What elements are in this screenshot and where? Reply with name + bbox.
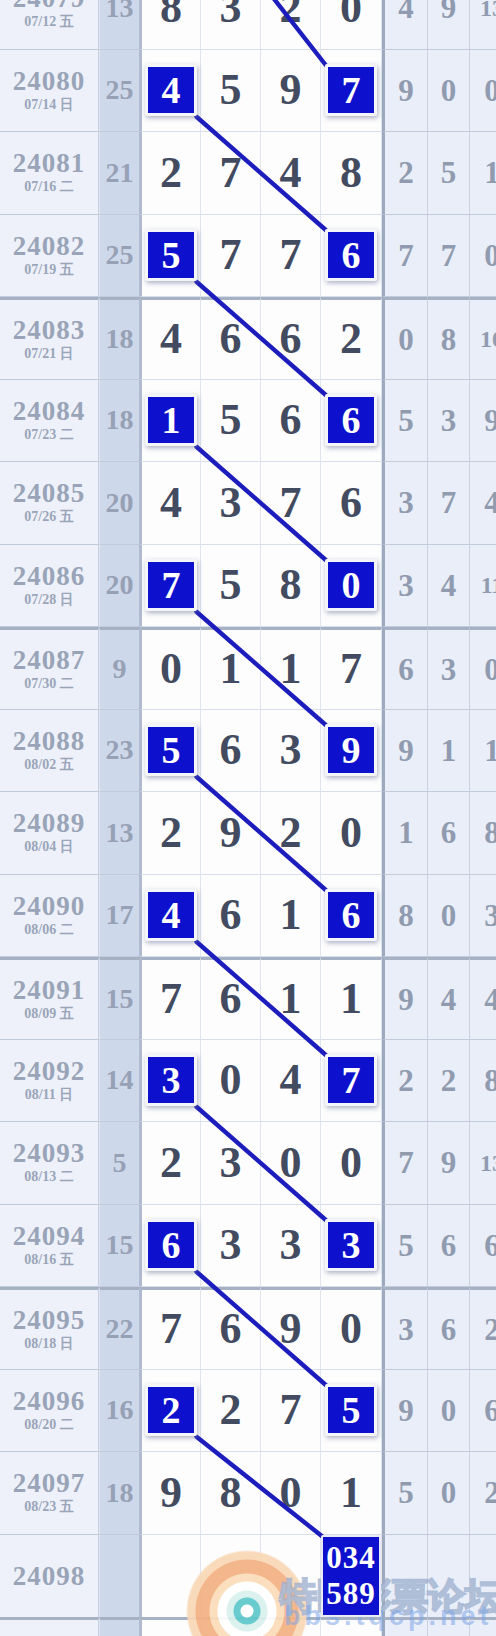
digit-cell-pos3: 1 [261,957,321,1040]
digit-cell-pos1: 4 [140,297,201,380]
digit: 0 [441,1395,457,1426]
digit: 0 [484,75,496,106]
digit-cell-pos1: 1 [140,380,201,463]
digit-cell-pos5 [382,1535,428,1618]
digit: 6 [220,1307,242,1351]
digit: 6 [220,977,242,1021]
period-number: 24084 [13,397,86,425]
digit: 7 [280,233,302,277]
digit-sum-value: 20 [106,569,134,601]
digit-cell-pos3: 7 [261,462,321,545]
digit: 8 [441,324,457,355]
trend-chart-stage: 2407907/12 五13832049132408007/14 日254597… [0,0,496,1636]
digit: 6 [441,1314,457,1345]
digit-sum-value: 16 [106,1394,134,1426]
digit: 10 [480,327,496,351]
digit-cell-pos6: 7 [428,215,470,298]
digit-cell-pos6: 9 [428,0,470,50]
digit-cell-pos1: 2 [140,1370,201,1453]
digit-cell-pos6: 9 [428,1122,470,1205]
digit-cell-pos3: 9 [261,50,321,133]
sum-cell: 13 [99,0,140,50]
digit: 7 [220,151,242,195]
digit: 3 [220,0,242,30]
digit: 2 [484,1477,496,1508]
period-number: 24080 [13,67,86,95]
digit-cell-pos7: 13 [470,1122,496,1205]
period-cell: 2407907/12 五 [0,0,99,50]
highlighted-digit: 5 [325,1384,377,1436]
digit: 1 [484,735,496,766]
sum-cell: 14 [99,1040,140,1123]
digit-sum-value: 13 [106,0,134,24]
sum-cell: 18 [99,380,140,463]
digit-cell-pos2: 3 [201,0,261,50]
digit-sum-value: 25 [106,74,134,106]
digit-cell-pos2: 6 [201,297,261,380]
digit-cell-pos1: 2 [140,792,201,875]
digit: 9 [398,75,414,106]
empty-cell [321,1617,382,1636]
digit-cell-pos4: 034589 [321,1535,382,1618]
digit: 6 [220,728,242,772]
digit: 2 [398,1065,414,1096]
digit-cell-pos5: 1 [382,792,428,875]
digit-cell-pos3: 0 [261,1122,321,1205]
empty-cell [382,1617,428,1636]
digit-sum-value: 17 [106,899,134,931]
digit-cell-pos2: 5 [201,380,261,463]
digit: 0 [441,75,457,106]
digit-cell-pos5: 3 [382,545,428,628]
digit-cell-pos5: 9 [382,50,428,133]
empty-cell [0,1617,99,1636]
digit: 5 [441,157,457,188]
period-cell: 2408507/26 五 [0,462,99,545]
prediction-candidates-line: 034 [326,1541,376,1574]
digit-cell-pos5: 9 [382,710,428,793]
highlighted-digit: 5 [145,229,197,281]
digit: 8 [484,1065,496,1096]
digit-cell-pos6: 0 [428,1370,470,1453]
digit-cell-pos4: 5 [321,1370,382,1453]
digit: 2 [280,0,302,30]
period-number: 24092 [13,1057,86,1085]
digit: 6 [484,1395,496,1426]
digit-cell-pos5: 3 [382,462,428,545]
digit-cell-pos7: 10 [470,297,496,380]
sum-cell: 25 [99,215,140,298]
draw-row-24085: 2408507/26 五204376374 [0,462,496,545]
period-cell: 2409008/06 二 [0,875,99,958]
sum-cell: 20 [99,545,140,628]
period-cell: 2409308/13 二 [0,1122,99,1205]
digit-cell-pos7: 3 [470,875,496,958]
digit-cell-pos7: 9 [470,380,496,463]
digit: 5 [398,405,414,436]
digit-cell-pos4: 1 [321,957,382,1040]
empty-cell [428,1617,470,1636]
digit-sum-value: 14 [106,1064,134,1096]
sum-cell: 5 [99,1122,140,1205]
digit-cell-pos5: 5 [382,380,428,463]
period-number: 24088 [13,727,86,755]
draw-row-24084: 2408407/23 二181566539 [0,380,496,463]
digit-cell-pos4: 9 [321,710,382,793]
digit: 1 [220,647,242,691]
period-number: 24081 [13,149,86,177]
digit-cell-pos1: 4 [140,462,201,545]
digit-cell-pos4: 7 [321,1040,382,1123]
digit: 3 [280,1223,302,1267]
digit: 6 [340,481,362,525]
digit-sum-value: 18 [106,1477,134,1509]
draw-row-24097: 2409708/23 五189801502 [0,1452,496,1535]
digit-sum-value: 18 [106,323,134,355]
highlighted-digit: 6 [145,1219,197,1271]
digit: 3 [398,1314,414,1345]
digit-cell-pos5: 9 [382,1370,428,1453]
sum-cell: 13 [99,792,140,875]
digit-cell-pos3: 0 [261,1452,321,1535]
digit-sum-value: 22 [106,1313,134,1345]
trend-chart-board: 2407907/12 五13832049132408007/14 日254597… [0,0,496,1636]
digit-cell-pos5: 2 [382,1040,428,1123]
digit-cell-pos6: 0 [428,875,470,958]
digit: 3 [220,1223,242,1267]
draw-date: 08/23 五 [24,1498,73,1516]
digit-cell-pos6: 8 [428,297,470,380]
digit: 1 [280,893,302,937]
digit-cell-pos4: 2 [321,297,382,380]
draw-row-24090: 2409008/06 二174616803 [0,875,496,958]
digit-cell-pos5: 8 [382,875,428,958]
digit-cell-pos7: 2 [470,1287,496,1370]
digit: 4 [280,1058,302,1102]
digit-cell-pos7: 13 [470,0,496,50]
digit-cell-pos7: 6 [470,1205,496,1288]
digit: 1 [484,157,496,188]
empty-cell [201,1617,261,1636]
draw-date: 07/23 二 [24,426,73,444]
digit: 7 [160,977,182,1021]
digit: 6 [441,817,457,848]
digit: 0 [280,1471,302,1515]
draw-row-24093: 2409308/13 二523007913 [0,1122,496,1205]
digit-cell-pos7 [470,1535,496,1618]
digit-cell-pos2: 6 [201,710,261,793]
digit-cell-pos2: 3 [201,462,261,545]
period-cell: 2409208/11 日 [0,1040,99,1123]
digit-cell-pos7: 8 [470,792,496,875]
highlighted-digit: 7 [325,1054,377,1106]
period-cell: 2409508/18 日 [0,1287,99,1370]
digit-cell-pos2: 6 [201,957,261,1040]
draw-row-24082: 2408207/19 五255776770 [0,215,496,298]
digit: 7 [160,1307,182,1351]
digit: 3 [398,487,414,518]
digit-cell-pos6: 5 [428,132,470,215]
highlighted-digit: 3 [325,1219,377,1271]
draw-date: 08/20 二 [24,1416,73,1434]
prediction-box: 034589 [321,1535,381,1617]
digit-cell-pos2: 5 [201,50,261,133]
digit: 7 [220,233,242,277]
draw-row-24079: 2407907/12 五1383204913 [0,0,496,50]
digit: 9 [441,0,457,23]
digit-cell-pos4: 8 [321,132,382,215]
digit: 2 [220,1388,242,1432]
digit-cell-pos4: 0 [321,1287,382,1370]
digit: 0 [484,654,496,685]
prediction-candidates-line: 589 [326,1577,376,1610]
digit: 13 [480,1151,496,1175]
draw-date: 07/28 日 [24,591,73,609]
digit: 2 [160,151,182,195]
partial-next-row [0,1617,496,1636]
digit-cell-pos6: 0 [428,1452,470,1535]
digit: 2 [398,157,414,188]
digit-sum-value: 13 [106,817,134,849]
draw-date: 08/11 日 [25,1086,74,1104]
digit-cell-pos3: 1 [261,875,321,958]
digit: 4 [160,317,182,361]
digit: 8 [484,817,496,848]
digit-cell-pos3: 3 [261,710,321,793]
digit: 5 [220,398,242,442]
digit-cell-pos1: 8 [140,0,201,50]
highlighted-digit: 4 [145,64,197,116]
period-cell: 2408007/14 日 [0,50,99,133]
draw-date: 08/13 二 [24,1168,73,1186]
digit: 3 [220,1141,242,1185]
digit: 6 [280,317,302,361]
digit-cell-pos7: 1 [470,710,496,793]
period-number: 24086 [13,562,86,590]
digit: 0 [340,1307,362,1351]
period-cell: 2408607/28 日 [0,545,99,628]
digit-cell-pos6: 3 [428,380,470,463]
digit-cell-pos6: 6 [428,792,470,875]
period-cell: 2408407/23 二 [0,380,99,463]
digit-cell-pos1 [140,1535,201,1618]
digit-cell-pos2: 5 [201,545,261,628]
digit: 0 [441,900,457,931]
digit-cell-pos2: 2 [201,1370,261,1453]
digit: 1 [398,817,414,848]
draw-row-24081: 2408107/16 二212748251 [0,132,496,215]
draw-date: 07/21 日 [24,345,73,363]
highlighted-digit: 4 [145,889,197,941]
period-number: 24098 [13,1562,86,1590]
digit-cell-pos3: 3 [261,1205,321,1288]
period-number: 24090 [13,892,86,920]
digit: 4 [398,0,414,23]
digit-cell-pos6: 1 [428,710,470,793]
digit-cell-pos3: 6 [261,380,321,463]
lottery-trend-chart-page: { "game": "china_sports_lottery_qixingca… [0,0,496,1636]
digit: 4 [441,570,457,601]
draw-row-24092: 2409208/11 日143047228 [0,1040,496,1123]
period-cell: 2408707/30 二 [0,627,99,710]
digit: 9 [160,1471,182,1515]
draw-date: 08/18 日 [24,1335,73,1353]
period-cell: 2408808/02 五 [0,710,99,793]
digit: 8 [280,563,302,607]
digit: 7 [280,1388,302,1432]
digit-cell-pos1: 2 [140,132,201,215]
draw-date: 08/02 五 [24,756,73,774]
digit-cell-pos1: 2 [140,1122,201,1205]
empty-cell [470,1617,496,1636]
digit-sum-value: 5 [113,1147,127,1179]
period-number: 24091 [13,976,86,1004]
digit-cell-pos3: 2 [261,0,321,50]
digit: 2 [484,1314,496,1345]
digit: 4 [441,984,457,1015]
digit-cell-pos4: 0 [321,545,382,628]
digit-cell-pos2: 6 [201,875,261,958]
period-number: 24097 [13,1469,86,1497]
digit: 1 [280,647,302,691]
period-cell: 24098 [0,1535,99,1618]
draw-date: 08/06 二 [24,921,73,939]
digit-cell-pos2: 7 [201,215,261,298]
draw-date: 08/16 五 [24,1251,73,1269]
digit: 5 [220,563,242,607]
digit: 6 [398,654,414,685]
digit: 11 [481,573,496,597]
digit-cell-pos1: 0 [140,627,201,710]
digit-cell-pos6: 4 [428,545,470,628]
digit-cell-pos1: 4 [140,875,201,958]
digit-cell-pos3: 7 [261,1370,321,1453]
sum-cell: 9 [99,627,140,710]
digit: 8 [340,151,362,195]
highlighted-digit: 7 [145,559,197,611]
period-cell: 2408908/04 日 [0,792,99,875]
digit-cell-pos4: 1 [321,1452,382,1535]
digit: 2 [280,811,302,855]
digit: 4 [484,984,496,1015]
digit: 8 [398,900,414,931]
digit-cell-pos6: 3 [428,627,470,710]
draw-date: 07/30 二 [24,675,73,693]
empty-cell [261,1617,321,1636]
sum-cell: 18 [99,1452,140,1535]
period-cell: 2408107/16 二 [0,132,99,215]
digit: 1 [280,977,302,1021]
digit-cell-pos3 [261,1535,321,1618]
digit-cell-pos5: 7 [382,215,428,298]
draw-date: 07/14 日 [24,96,73,114]
digit-cell-pos2: 1 [201,627,261,710]
digit-cell-pos5: 4 [382,0,428,50]
digit: 0 [280,1141,302,1185]
digit-cell-pos2: 3 [201,1205,261,1288]
digit-sum-value: 23 [106,734,134,766]
draw-row-24080: 2408007/14 日254597900 [0,50,496,133]
digit-sum-value: 21 [106,157,134,189]
digit-cell-pos7: 2 [470,1452,496,1535]
highlighted-digit: 9 [325,724,377,776]
digit-cell-pos6: 2 [428,1040,470,1123]
period-cell: 2409608/20 二 [0,1370,99,1453]
digit: 4 [280,151,302,195]
digit-cell-pos7: 1 [470,132,496,215]
digit-cell-pos2: 3 [201,1122,261,1205]
digit-cell-pos1: 7 [140,545,201,628]
draw-row-24095: 2409508/18 日227690362 [0,1287,496,1370]
digit-cell-pos2 [201,1535,261,1618]
digit-cell-pos1: 6 [140,1205,201,1288]
digit-cell-pos1: 7 [140,957,201,1040]
digit: 1 [441,735,457,766]
digit-cell-pos5: 2 [382,132,428,215]
draw-row-24087: 2408707/30 二90117630 [0,627,496,710]
digit-cell-pos2: 8 [201,1452,261,1535]
digit: 3 [441,654,457,685]
highlighted-digit: 2 [145,1384,197,1436]
digit-cell-pos5: 7 [382,1122,428,1205]
sum-cell [99,1535,140,1618]
highlighted-digit: 6 [325,889,377,941]
digit-sum-value: 15 [106,1229,134,1261]
digit-cell-pos4: 7 [321,50,382,133]
digit-cell-pos4: 6 [321,875,382,958]
period-number: 24095 [13,1306,86,1334]
digit: 13 [480,0,496,20]
digit: 3 [280,728,302,772]
digit-cell-pos7: 11 [470,545,496,628]
empty-cell [99,1617,140,1636]
digit: 9 [398,984,414,1015]
draw-row-24083: 2408307/21 日1846620810 [0,297,496,380]
digit-sum-value: 18 [106,404,134,436]
sum-cell: 25 [99,50,140,133]
digit-cell-pos1: 9 [140,1452,201,1535]
digit-cell-pos2: 0 [201,1040,261,1123]
period-number: 24093 [13,1139,86,1167]
sum-cell: 22 [99,1287,140,1370]
sum-cell: 15 [99,957,140,1040]
digit-sum-value: 9 [113,653,127,685]
digit-sum-value: 15 [106,983,134,1015]
digit: 9 [220,811,242,855]
digit: 3 [398,570,414,601]
period-cell: 2409408/16 五 [0,1205,99,1288]
digit-cell-pos4: 7 [321,627,382,710]
digit-cell-pos2: 6 [201,1287,261,1370]
digit: 0 [340,0,362,30]
digit-cell-pos3: 2 [261,792,321,875]
digit-cell-pos4: 0 [321,0,382,50]
period-number: 24096 [13,1387,86,1415]
digit: 2 [441,1065,457,1096]
digit-cell-pos7: 0 [470,50,496,133]
digit-cell-pos3: 8 [261,545,321,628]
draw-row-24098: 24098034589 [0,1535,496,1618]
digit-cell-pos7: 8 [470,1040,496,1123]
period-cell: 2408307/21 日 [0,297,99,380]
period-number: 24085 [13,479,86,507]
digit: 8 [220,1471,242,1515]
digit-cell-pos3: 7 [261,215,321,298]
digit-cell-pos3: 6 [261,297,321,380]
period-cell: 2409708/23 五 [0,1452,99,1535]
digit-cell-pos5: 3 [382,1287,428,1370]
highlighted-digit: 7 [325,64,377,116]
